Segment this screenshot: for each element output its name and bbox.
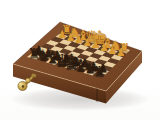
chess-board bbox=[0, 0, 160, 120]
travel-chess-set-photo: ♜♞♝♛♚♝♞♜♟♟♟♟♟♟♟♟♟♟♟♟♟♟♟♟♜♞♝♛♚♝♞♜ bbox=[0, 0, 160, 120]
